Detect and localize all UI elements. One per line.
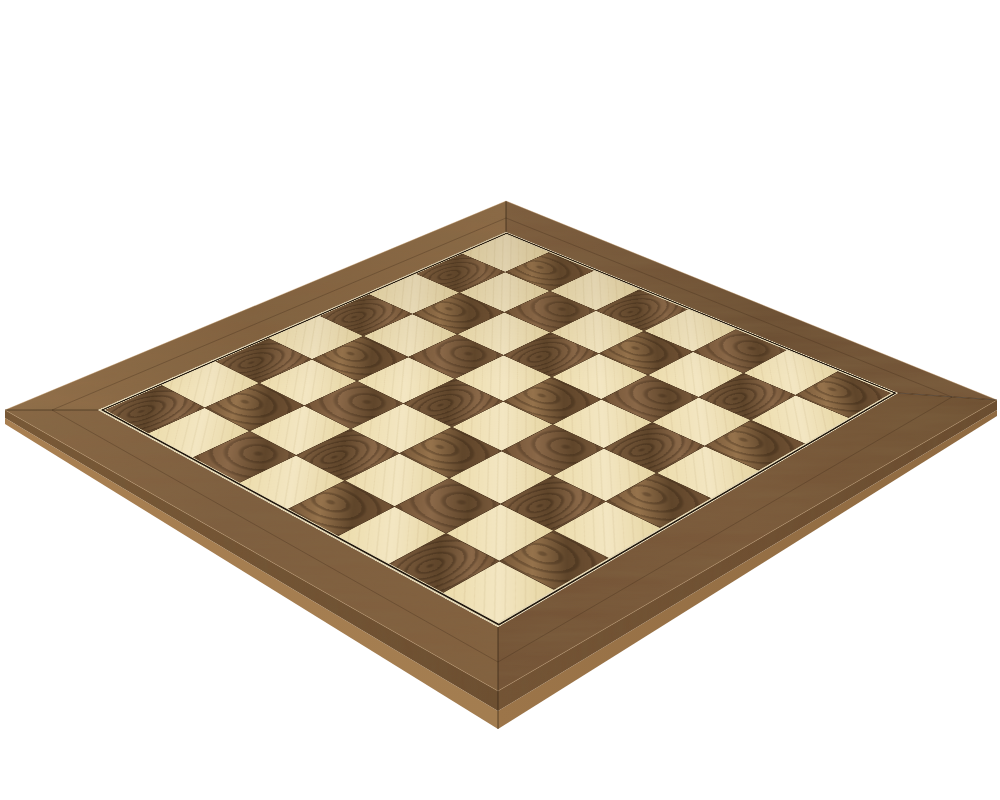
board-photo — [0, 0, 1000, 800]
